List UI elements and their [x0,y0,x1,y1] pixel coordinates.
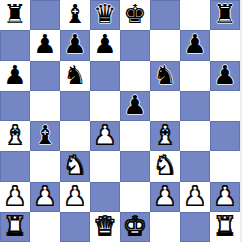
chess-board: ♜♝♛♚♜♟♟♟♟♟♞♞♟♟♝♝♟♝♞♞♟♟♟♟♟♟♜♛♚♜ [0,0,240,242]
square-a1[interactable]: ♜ [0,212,30,242]
piece-white-pawn[interactable]: ♟ [33,183,56,209]
square-f3[interactable]: ♞ [150,151,180,181]
square-c6[interactable]: ♞ [60,61,90,91]
square-f2[interactable]: ♟ [150,182,180,212]
square-c3[interactable]: ♞ [60,151,90,181]
piece-white-pawn[interactable]: ♟ [183,183,206,209]
square-h7[interactable] [210,30,240,60]
square-a6[interactable]: ♟ [0,61,30,91]
piece-black-pawn[interactable]: ♟ [33,31,56,57]
piece-black-king[interactable]: ♚ [123,1,146,27]
square-b4[interactable]: ♝ [30,121,60,151]
square-h4[interactable] [210,121,240,151]
square-d1[interactable]: ♛ [90,212,120,242]
piece-white-knight[interactable]: ♞ [153,152,176,178]
square-c5[interactable] [60,91,90,121]
piece-white-pawn[interactable]: ♟ [93,122,116,148]
square-d5[interactable] [90,91,120,121]
square-c2[interactable]: ♟ [60,182,90,212]
piece-white-king[interactable]: ♚ [123,213,146,239]
square-g1[interactable] [180,212,210,242]
square-d4[interactable]: ♟ [90,121,120,151]
square-e6[interactable] [120,61,150,91]
piece-white-pawn[interactable]: ♟ [3,183,26,209]
square-d3[interactable] [90,151,120,181]
square-d7[interactable]: ♟ [90,30,120,60]
piece-white-pawn[interactable]: ♟ [63,183,86,209]
square-e3[interactable] [120,151,150,181]
square-d8[interactable]: ♛ [90,0,120,30]
square-h6[interactable]: ♟ [210,61,240,91]
square-c7[interactable]: ♟ [60,30,90,60]
chess-app: ♜♝♛♚♜♟♟♟♟♟♞♞♟♟♝♝♟♝♞♞♟♟♟♟♟♟♜♛♚♜ [0,0,242,242]
piece-white-pawn[interactable]: ♟ [213,183,236,209]
square-f4[interactable]: ♝ [150,121,180,151]
square-b3[interactable] [30,151,60,181]
piece-black-bishop[interactable]: ♝ [63,1,86,27]
piece-black-pawn[interactable]: ♟ [183,31,206,57]
square-a5[interactable] [0,91,30,121]
square-f7[interactable] [150,30,180,60]
piece-white-pawn[interactable]: ♟ [153,183,176,209]
square-e1[interactable]: ♚ [120,212,150,242]
square-h8[interactable]: ♜ [210,0,240,30]
square-b6[interactable] [30,61,60,91]
piece-white-bishop[interactable]: ♝ [153,122,176,148]
square-b2[interactable]: ♟ [30,182,60,212]
square-c4[interactable] [60,121,90,151]
square-g2[interactable]: ♟ [180,182,210,212]
square-h2[interactable]: ♟ [210,182,240,212]
square-h1[interactable]: ♜ [210,212,240,242]
square-a7[interactable] [0,30,30,60]
square-g3[interactable] [180,151,210,181]
square-e5[interactable]: ♟ [120,91,150,121]
piece-white-queen[interactable]: ♛ [93,213,116,239]
square-h3[interactable] [210,151,240,181]
square-b8[interactable] [30,0,60,30]
square-f1[interactable] [150,212,180,242]
square-a3[interactable] [0,151,30,181]
piece-white-knight[interactable]: ♞ [63,152,86,178]
piece-black-pawn[interactable]: ♟ [93,31,116,57]
square-c8[interactable]: ♝ [60,0,90,30]
piece-black-knight[interactable]: ♞ [153,62,176,88]
square-e8[interactable]: ♚ [120,0,150,30]
square-f5[interactable] [150,91,180,121]
piece-black-pawn[interactable]: ♟ [3,62,26,88]
square-d2[interactable] [90,182,120,212]
square-b1[interactable] [30,212,60,242]
square-a2[interactable]: ♟ [0,182,30,212]
piece-black-pawn[interactable]: ♟ [213,62,236,88]
square-b5[interactable] [30,91,60,121]
square-a8[interactable]: ♜ [0,0,30,30]
square-h5[interactable] [210,91,240,121]
square-f8[interactable] [150,0,180,30]
square-e7[interactable] [120,30,150,60]
square-g4[interactable] [180,121,210,151]
square-b7[interactable]: ♟ [30,30,60,60]
square-a4[interactable]: ♝ [0,121,30,151]
square-f6[interactable]: ♞ [150,61,180,91]
square-g7[interactable]: ♟ [180,30,210,60]
square-e4[interactable] [120,121,150,151]
piece-white-rook[interactable]: ♜ [3,213,26,239]
square-g5[interactable] [180,91,210,121]
square-d6[interactable] [90,61,120,91]
piece-black-queen[interactable]: ♛ [93,1,116,27]
square-c1[interactable] [60,212,90,242]
piece-white-rook[interactable]: ♜ [213,213,236,239]
piece-black-rook[interactable]: ♜ [213,1,236,27]
square-g8[interactable] [180,0,210,30]
piece-black-pawn[interactable]: ♟ [123,92,146,118]
piece-white-bishop[interactable]: ♝ [3,122,26,148]
piece-black-rook[interactable]: ♜ [3,1,26,27]
square-g6[interactable] [180,61,210,91]
piece-black-pawn[interactable]: ♟ [63,31,86,57]
square-e2[interactable] [120,182,150,212]
piece-black-bishop[interactable]: ♝ [33,122,56,148]
piece-black-knight[interactable]: ♞ [63,62,86,88]
